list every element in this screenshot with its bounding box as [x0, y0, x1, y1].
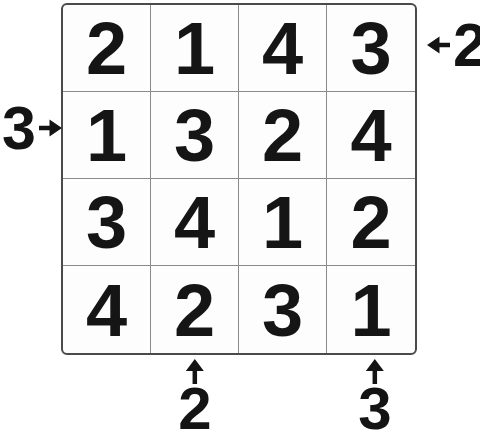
- clue-right-row1-value: 2: [453, 21, 480, 69]
- grid-cell-r4c2[interactable]: 2: [151, 266, 239, 353]
- clue-bottom-col4: 3: [358, 358, 391, 431]
- grid-cell-r3c1[interactable]: 3: [63, 179, 151, 266]
- grid-cell-r2c2[interactable]: 3: [151, 92, 239, 179]
- grid-cell-r1c1[interactable]: 2: [63, 5, 151, 92]
- clue-right-row1: 2: [426, 21, 480, 69]
- clue-left-row2: 3: [2, 104, 63, 152]
- grid-cell-r4c3[interactable]: 3: [239, 266, 327, 353]
- grid-cell-r3c2[interactable]: 4: [151, 179, 239, 266]
- arrow-left-icon: [426, 35, 451, 55]
- clue-left-row2-value: 3: [2, 104, 36, 152]
- grid-cell-r1c4[interactable]: 3: [327, 5, 415, 92]
- grid-cell-r3c4[interactable]: 2: [327, 179, 415, 266]
- arrow-right-icon: [38, 118, 63, 138]
- grid-cell-r1c2[interactable]: 1: [151, 5, 239, 92]
- clue-bottom-col4-value: 3: [358, 387, 391, 431]
- clue-bottom-col2: 2: [178, 358, 211, 431]
- clue-bottom-col2-value: 2: [178, 387, 211, 431]
- grid-cell-r2c3[interactable]: 2: [239, 92, 327, 179]
- grid-cell-r2c1[interactable]: 1: [63, 92, 151, 179]
- grid-cell-r3c3[interactable]: 1: [239, 179, 327, 266]
- puzzle-grid: 2 1 4 3 1 3 2 4 3 4 1 2 4 2 3 1: [61, 3, 417, 355]
- grid-cell-r2c4[interactable]: 4: [327, 92, 415, 179]
- skyscrapers-puzzle: 2 1 4 3 1 3 2 4 3 4 1 2 4 2 3 1 3 2: [0, 0, 480, 433]
- grid-cell-r4c4[interactable]: 1: [327, 266, 415, 353]
- grid-cell-r1c3[interactable]: 4: [239, 5, 327, 92]
- grid-cell-r4c1[interactable]: 4: [63, 266, 151, 353]
